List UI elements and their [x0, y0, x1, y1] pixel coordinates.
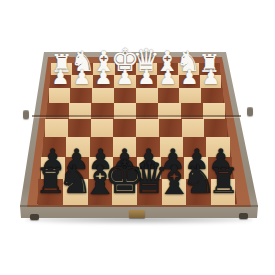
white-pawn: ♟ [202, 67, 220, 87]
white-pawn: ♟ [138, 67, 156, 87]
white-pawn: ♟ [159, 67, 177, 87]
white-pawn: ♟ [116, 67, 134, 87]
white-pawn: ♟ [180, 67, 198, 87]
black-rook: ♜ [35, 164, 66, 199]
white-pawn: ♟ [52, 67, 70, 87]
pieces-layer: ♜♞♝♛♚♝♞♜♟♟♟♟♟♟♟♟♟♟♟♟♟♟♟♟♜♞♝♛♚♝♞♜ [0, 0, 275, 275]
product-photo: ♜♞♝♛♚♝♞♜♟♟♟♟♟♟♟♟♟♟♟♟♟♟♟♟♜♞♝♛♚♝♞♜ [0, 0, 275, 275]
white-pawn: ♟ [95, 67, 113, 87]
white-pawn: ♟ [73, 67, 91, 87]
